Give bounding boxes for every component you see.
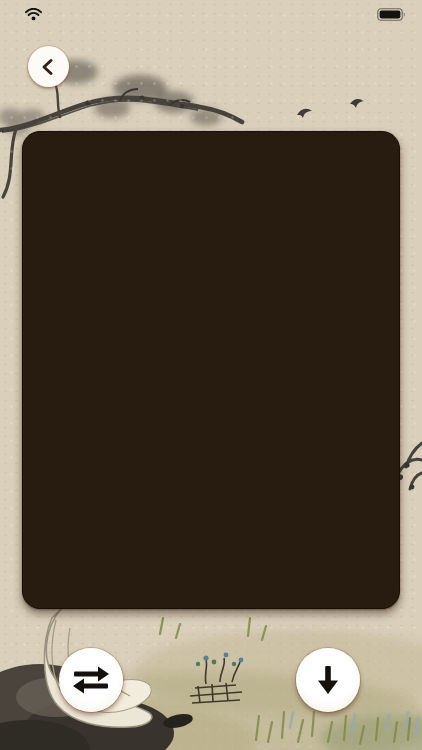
back-button[interactable] [28,46,69,87]
battery-icon [377,8,406,21]
board-grid[interactable] [22,131,400,609]
move-down-button[interactable] [296,648,360,712]
wifi-icon [25,8,42,21]
status-bar [0,0,422,26]
arrow-down-icon [315,664,341,696]
chevron-left-icon [38,56,60,78]
header [0,42,422,94]
swap-arrows-icon [71,665,111,695]
app-screen [0,0,422,750]
bird-icon [348,97,368,111]
bird-icon [294,106,316,122]
swap-direction-button[interactable] [59,648,123,712]
